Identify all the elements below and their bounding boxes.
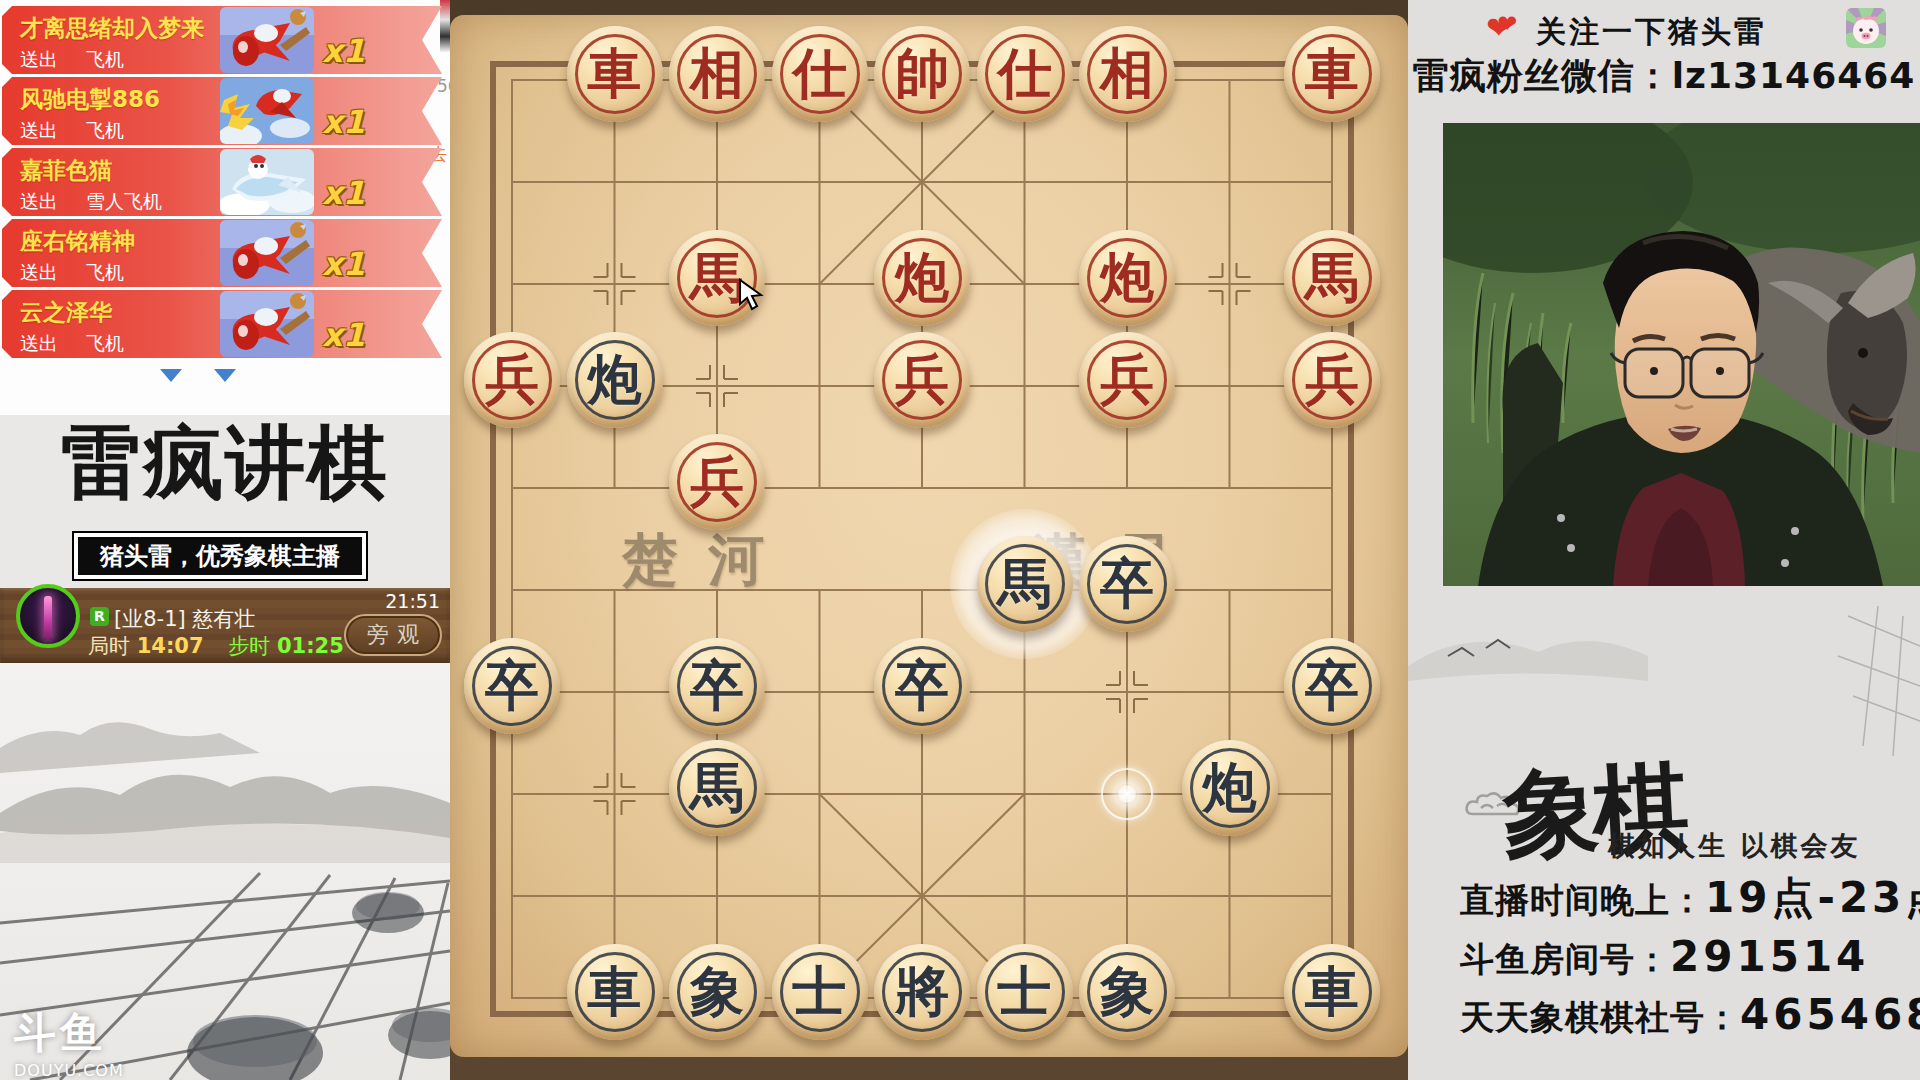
gift-action: 送出飞机 (20, 260, 124, 286)
gift-sender-name: 云之泽华 (20, 297, 112, 328)
gift-banner: 嘉菲色猫送出雪人飞机x1 (2, 148, 442, 216)
black-piece-卒[interactable]: 卒 (1079, 536, 1175, 632)
gift-sender-name: 风驰电掣886 (20, 84, 160, 115)
black-piece-將[interactable]: 將 (874, 944, 970, 1040)
chevron-down-icon[interactable] (160, 369, 182, 382)
red-piece-仕[interactable]: 仕 (772, 26, 868, 122)
gift-image (220, 291, 314, 357)
black-piece-士[interactable]: 士 (977, 944, 1073, 1040)
move-time-label: 步时 (228, 634, 270, 658)
follow-row: ❤❤ 关注一下猪头雷 (1408, 8, 1920, 52)
red-piece-相[interactable]: 相 (1079, 26, 1175, 122)
red-piece-仕[interactable]: 仕 (977, 26, 1073, 122)
stream-subtitle: 猪头雷，优秀象棋主播 (100, 540, 340, 572)
red-piece-兵[interactable]: 兵 (1079, 332, 1175, 428)
gift-item-name: 飞机 (86, 48, 124, 70)
red-piece-馬[interactable]: 馬 (1284, 230, 1380, 326)
black-piece-馬[interactable]: 馬 (977, 536, 1073, 632)
brand-block: 象棋 棋如人生 以棋会友 直播时间晚上：19点-23点 斗鱼房间号：291514… (1408, 740, 1920, 1080)
black-piece-炮[interactable]: 炮 (1182, 740, 1278, 836)
board-surface: 楚河 漢界 車相仕帥仕相車馬炮炮馬兵炮兵兵兵兵馬卒卒卒卒卒馬炮車象士將士象車 (450, 15, 1408, 1057)
gift-image (220, 7, 314, 73)
red-piece-兵[interactable]: 兵 (669, 434, 765, 530)
xiangqi-board: 楚河 漢界 車相仕帥仕相車馬炮炮馬兵炮兵兵兵兵馬卒卒卒卒卒馬炮車象士將士象車 (450, 0, 1408, 1080)
gift-sender-name: 才离思绪却入梦来 (20, 13, 204, 44)
red-piece-兵[interactable]: 兵 (874, 332, 970, 428)
stream-title: 雷疯讲棋 (0, 414, 450, 510)
chevron-down-icon[interactable] (214, 369, 236, 382)
gift-action: 送出飞机 (20, 118, 124, 144)
red-piece-兵[interactable]: 兵 (464, 332, 560, 428)
heart-icon: ❤❤ (1486, 10, 1517, 45)
black-piece-馬[interactable]: 馬 (669, 740, 765, 836)
stream-clock: 21:51 (385, 590, 440, 612)
spectate-button[interactable]: 旁观 (344, 614, 442, 656)
black-piece-士[interactable]: 士 (772, 944, 868, 1040)
player-name: [业8-1] 慈有壮 (114, 605, 255, 633)
black-piece-車[interactable]: 車 (1284, 944, 1380, 1040)
red-piece-炮[interactable]: 炮 (874, 230, 970, 326)
douyu-logo: 斗鱼 DOUYU.COM (14, 1005, 124, 1080)
gift-item-name: 雪人飞机 (86, 190, 162, 212)
red-piece-相[interactable]: 相 (669, 26, 765, 122)
gift-action: 送出飞机 (20, 47, 124, 73)
room-number-line: 斗鱼房间号：291514 (1460, 932, 1869, 983)
gift-banner: 才离思绪却入梦来送出飞机x1 (2, 6, 442, 74)
rank-badge-icon: R (90, 607, 109, 626)
black-piece-卒[interactable]: 卒 (1284, 638, 1380, 734)
follow-text: 关注一下猪头雷 (1536, 12, 1767, 53)
last-move-origin-dot[interactable] (1101, 768, 1153, 820)
gift-banner: 云之泽华送出飞机x1 (2, 290, 442, 358)
gift-image (220, 149, 314, 215)
gift-item-name: 飞机 (86, 261, 124, 283)
red-piece-車[interactable]: 車 (1284, 26, 1380, 122)
gift-action: 送出飞机 (20, 331, 124, 357)
pig-emote-icon (1846, 8, 1886, 48)
gift-count: x1 (322, 245, 365, 283)
black-piece-卒[interactable]: 卒 (464, 638, 560, 734)
gift-count: x1 (322, 32, 365, 70)
right-column: ❤❤ 关注一下猪头雷 雷疯粉丝微信：lz13146464 (1408, 0, 1920, 1080)
gift-banner: 风驰电掣886送出飞机x1 (2, 77, 442, 145)
red-piece-炮[interactable]: 炮 (1079, 230, 1175, 326)
red-piece-車[interactable]: 車 (567, 26, 663, 122)
black-piece-車[interactable]: 車 (567, 944, 663, 1040)
time-row: 局时 14:07 步时 01:25 (88, 632, 344, 660)
club-number-line: 天天象棋棋社号：465468 (1460, 990, 1920, 1041)
gift-image (220, 78, 314, 144)
gift-item-name: 飞机 (86, 332, 124, 354)
gift-item-name: 飞机 (86, 119, 124, 141)
mouse-cursor (738, 278, 768, 312)
gift-action: 送出雪人飞机 (20, 189, 162, 215)
game-time-label: 局时 (88, 634, 130, 658)
gift-count: x1 (322, 174, 365, 212)
game-time-value: 14:07 (137, 634, 204, 658)
gift-banner: 座右铭精神送出飞机x1 (2, 219, 442, 287)
webcam-video (1443, 123, 1920, 586)
red-piece-兵[interactable]: 兵 (1284, 332, 1380, 428)
gift-count: x1 (322, 103, 365, 141)
stream-subtitle-box: 猪头雷，优秀象棋主播 (72, 531, 368, 581)
gift-image (220, 220, 314, 286)
board-grid (450, 15, 1408, 1057)
move-time-value: 01:25 (277, 634, 344, 658)
gift-sender-name: 座右铭精神 (20, 226, 135, 257)
gift-sender-name: 嘉菲色猫 (20, 155, 112, 186)
brand-slogan: 棋如人生 以棋会友 (1608, 828, 1860, 864)
red-piece-帥[interactable]: 帥 (874, 26, 970, 122)
left-column: 56( 去 才离思绪却入梦来送出飞机x1风驰电掣886送出飞机x1嘉菲色猫送出雪… (0, 0, 450, 1080)
black-piece-象[interactable]: 象 (669, 944, 765, 1040)
chat-sticker-fragment (440, 0, 450, 66)
schedule-line: 直播时间晚上：19点-23点 (1460, 870, 1920, 926)
ink-painting-area: 斗鱼 DOUYU.COM (0, 663, 450, 1080)
black-piece-炮[interactable]: 炮 (567, 332, 663, 428)
player-info-panel: R [业8-1] 慈有壮 局时 14:07 步时 01:25 21:51 旁观 (0, 588, 450, 663)
player-avatar[interactable] (16, 584, 80, 648)
black-piece-象[interactable]: 象 (1079, 944, 1175, 1040)
gift-count: x1 (322, 316, 365, 354)
black-piece-卒[interactable]: 卒 (669, 638, 765, 734)
stream-page: 56( 去 才离思绪却入梦来送出飞机x1风驰电掣886送出飞机x1嘉菲色猫送出雪… (0, 0, 1920, 1080)
river-label-left: 楚河 (622, 523, 794, 599)
black-piece-卒[interactable]: 卒 (874, 638, 970, 734)
wechat-line: 雷疯粉丝微信：lz13146464 (1408, 52, 1920, 101)
